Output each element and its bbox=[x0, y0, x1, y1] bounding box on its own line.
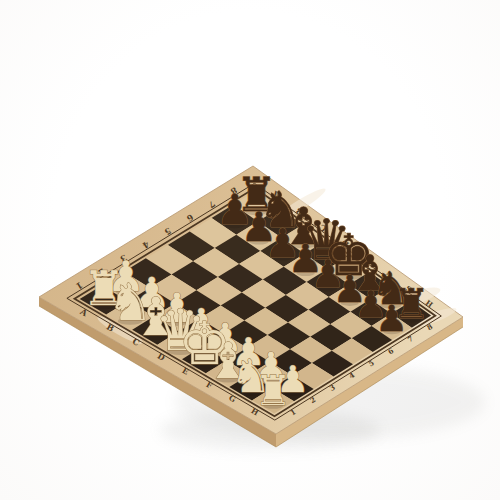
wooden-chessboard-scene: ABCDEFGHABCDEFGH1234567812345678♜♟♞♟♝♟♛♟… bbox=[0, 0, 500, 500]
piece-black-pawn-h7[interactable]: ♟ bbox=[376, 298, 408, 339]
photo-stage: ABCDEFGHABCDEFGH1234567812345678♜♟♞♟♝♟♛♟… bbox=[0, 0, 500, 500]
piece-white-rook-h1[interactable]: ♜ bbox=[255, 366, 292, 415]
